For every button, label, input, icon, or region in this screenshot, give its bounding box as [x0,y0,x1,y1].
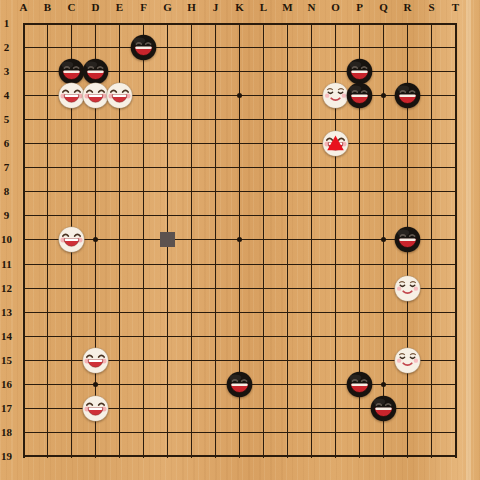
row-label-15: 15 [0,354,13,367]
white-stone-R15 [394,347,421,374]
black-stone-D3 [82,58,109,85]
column-label-H: H [184,1,200,14]
wood-grain-highlight [466,0,471,480]
grid-line [23,119,458,120]
white-stone-O6 [322,130,349,157]
grid-line [23,288,458,289]
white-stone-D17 [82,395,109,422]
star-point-K4 [237,93,242,98]
black-stone-P3 [346,58,373,85]
go-board-screenshot: ABCDEFGHJKLMNOPQRST123456789101112131415… [0,0,480,480]
star-point-K10 [237,237,242,242]
column-label-Q: Q [376,1,392,14]
row-label-9: 9 [0,209,13,222]
star-point-D10 [93,237,98,242]
black-stone-P16 [346,371,373,398]
black-stone-C3 [58,58,85,85]
column-label-B: B [40,1,56,14]
column-label-S: S [424,1,440,14]
column-label-E: E [112,1,128,14]
black-stone-K16 [226,371,253,398]
white-stone-D15 [82,347,109,374]
row-label-12: 12 [0,282,13,295]
black-stone-R10 [394,226,421,253]
grid-line [23,455,458,457]
star-point-Q16 [381,382,386,387]
row-label-10: 10 [0,233,13,246]
black-stone-F2 [130,34,157,61]
white-stone-R12 [394,275,421,302]
row-label-5: 5 [0,113,13,126]
column-label-M: M [280,1,296,14]
grid-line [23,191,458,192]
grid-line [23,215,458,216]
grid-line [23,143,458,144]
column-label-T: T [448,1,464,14]
star-point-Q10 [381,237,386,242]
column-label-C: C [64,1,80,14]
column-label-G: G [160,1,176,14]
row-label-2: 2 [0,41,13,54]
column-label-N: N [304,1,320,14]
column-label-K: K [232,1,248,14]
row-label-1: 1 [0,17,13,30]
white-stone-E4 [106,82,133,109]
row-label-7: 7 [0,161,13,174]
row-label-6: 6 [0,137,13,150]
white-stone-D4 [82,82,109,109]
column-label-R: R [400,1,416,14]
star-point-Q4 [381,93,386,98]
grid-line [23,336,458,337]
row-label-4: 4 [0,89,13,102]
row-label-11: 11 [0,258,13,271]
go-board[interactable]: ABCDEFGHJKLMNOPQRST123456789101112131415… [0,0,480,480]
column-label-F: F [136,1,152,14]
grid-line [23,312,458,313]
grid-line [23,47,458,48]
star-point-D16 [93,382,98,387]
white-stone-C10 [58,226,85,253]
column-label-D: D [88,1,104,14]
row-label-14: 14 [0,330,13,343]
row-label-3: 3 [0,65,13,78]
white-stone-C4 [58,82,85,109]
row-label-16: 16 [0,378,13,391]
row-label-19: 19 [0,450,13,463]
column-label-A: A [16,1,32,14]
grid-line [23,167,458,168]
column-label-J: J [208,1,224,14]
black-stone-Q17 [370,395,397,422]
row-label-13: 13 [0,306,13,319]
row-label-18: 18 [0,426,13,439]
black-stone-P4 [346,82,373,109]
grid-line [23,23,458,25]
column-label-O: O [328,1,344,14]
grid-line [23,432,458,433]
row-label-17: 17 [0,402,13,415]
square-marker-G10 [160,232,175,247]
grid-line [23,264,458,265]
column-label-P: P [352,1,368,14]
white-stone-O4 [322,82,349,109]
row-label-8: 8 [0,185,13,198]
column-label-L: L [256,1,272,14]
black-stone-R4 [394,82,421,109]
